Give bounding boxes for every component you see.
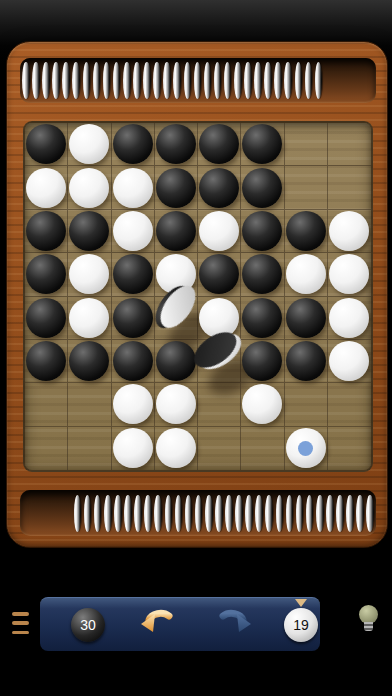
tray-disc-edge [153, 62, 161, 99]
black-score-value: 30 [80, 617, 96, 633]
tray-disc-edge [235, 495, 243, 532]
black-disc [156, 341, 196, 381]
cell-c3[interactable] [112, 210, 155, 253]
tray-disc-edge [274, 62, 282, 99]
tray-disc-edge [185, 495, 193, 532]
cell-c4[interactable] [112, 253, 155, 296]
white-disc [242, 384, 282, 424]
cell-g3[interactable] [285, 210, 328, 253]
cell-c6[interactable] [112, 340, 155, 383]
tray-disc-edge [255, 495, 263, 532]
hamburger-icon [12, 612, 29, 616]
cell-f2[interactable] [241, 166, 284, 209]
cell-g8[interactable] [285, 427, 328, 470]
tray-disc-edge [215, 495, 223, 532]
black-disc [242, 254, 282, 294]
tray-disc-edge [184, 62, 192, 99]
cell-a6[interactable] [25, 340, 68, 383]
app-screen: 30 [0, 0, 392, 696]
tray-disc-edge [284, 62, 292, 99]
white-disc [329, 254, 369, 294]
cell-g5[interactable] [285, 297, 328, 340]
cell-a7[interactable] [25, 383, 68, 426]
tray-disc-edge [62, 62, 70, 99]
tray-disc-edge [173, 62, 181, 99]
black-disc [199, 254, 239, 294]
redo-curved-arrow-icon [218, 607, 254, 643]
white-disc [69, 254, 109, 294]
cell-h3[interactable] [328, 210, 371, 253]
tray-disc-edge [143, 62, 151, 99]
cell-e3[interactable] [198, 210, 241, 253]
tray-disc-edge [346, 495, 354, 532]
cell-c8[interactable] [112, 427, 155, 470]
black-score-badge: 30 [71, 608, 105, 642]
tray-disc-edge [225, 495, 233, 532]
cell-c7[interactable] [112, 383, 155, 426]
tray-disc-edge [104, 495, 112, 532]
black-disc [156, 124, 196, 164]
white-disc [199, 211, 239, 251]
white-disc [69, 298, 109, 338]
white-disc [156, 384, 196, 424]
black-disc [156, 168, 196, 208]
tray-disc-edge [52, 62, 60, 99]
tray-disc-edge [32, 62, 40, 99]
tray-disc-edge [326, 495, 334, 532]
white-disc [26, 168, 66, 208]
tray-disc-edge [234, 62, 242, 99]
tray-disc-edge [84, 495, 92, 532]
white-disc [113, 384, 153, 424]
tray-disc-edge [22, 62, 30, 99]
cell-e6[interactable] [198, 340, 241, 383]
white-disc [199, 298, 239, 338]
tray-disc-edge [244, 62, 252, 99]
cell-f6[interactable] [241, 340, 284, 383]
cell-f5[interactable] [241, 297, 284, 340]
cell-a3[interactable] [25, 210, 68, 253]
black-disc [286, 298, 326, 338]
tray-disc-edge [265, 495, 273, 532]
cell-f1[interactable] [241, 123, 284, 166]
cell-f3[interactable] [241, 210, 284, 253]
white-disc-hint-dot [286, 428, 326, 468]
tray-disc-edge [74, 495, 82, 532]
top-disc-tray [20, 58, 376, 103]
black-disc [242, 211, 282, 251]
tray-disc-edge [315, 62, 323, 99]
tray-disc-edge [205, 495, 213, 532]
black-disc [113, 254, 153, 294]
tray-disc-edge [214, 62, 222, 99]
cell-h7[interactable] [328, 383, 371, 426]
cell-g1[interactable] [285, 123, 328, 166]
tray-disc-edge [195, 495, 203, 532]
black-disc [69, 341, 109, 381]
tray-disc-edge [72, 62, 80, 99]
cell-h1[interactable] [328, 123, 371, 166]
black-disc [113, 298, 153, 338]
cell-a4[interactable] [25, 253, 68, 296]
tray-disc-edge [113, 62, 121, 99]
cell-e4[interactable] [198, 253, 241, 296]
cell-b4[interactable] [68, 253, 111, 296]
tray-disc-edge [165, 495, 173, 532]
black-disc [26, 211, 66, 251]
white-disc [69, 124, 109, 164]
game-board-frame [6, 41, 388, 548]
tray-disc-edge [114, 495, 122, 532]
tray-disc-edge [296, 495, 304, 532]
cell-b8[interactable] [68, 427, 111, 470]
tray-disc-edge [254, 62, 262, 99]
cell-h2[interactable] [328, 166, 371, 209]
tray-disc-edge [336, 495, 344, 532]
black-disc [26, 254, 66, 294]
white-score-value: 19 [293, 617, 309, 633]
tray-disc-edge [154, 495, 162, 532]
cell-h6[interactable] [328, 340, 371, 383]
hint-button[interactable] [356, 602, 382, 640]
white-disc [113, 168, 153, 208]
hamburger-icon [12, 621, 29, 625]
hamburger-icon [12, 631, 29, 635]
cell-e1[interactable] [198, 123, 241, 166]
tray-disc-edge [83, 62, 91, 99]
cell-d3[interactable] [155, 210, 198, 253]
tray-disc-edge [305, 62, 313, 99]
black-disc [113, 124, 153, 164]
menu-button[interactable] [12, 612, 32, 634]
tray-disc-edge [245, 495, 253, 532]
tray-disc-edge [306, 495, 314, 532]
black-disc [199, 168, 239, 208]
cell-d2[interactable] [155, 166, 198, 209]
bottom-disc-tray [20, 490, 376, 536]
cell-b2[interactable] [68, 166, 111, 209]
black-disc [26, 341, 66, 381]
cell-c1[interactable] [112, 123, 155, 166]
cell-e7[interactable] [198, 383, 241, 426]
black-disc [242, 168, 282, 208]
tray-disc-edge [94, 495, 102, 532]
tray-disc-edge [194, 62, 202, 99]
cell-d7[interactable] [155, 383, 198, 426]
tray-disc-edge [93, 62, 101, 99]
black-disc [199, 124, 239, 164]
white-disc [329, 211, 369, 251]
white-disc [113, 211, 153, 251]
tray-disc-edge [124, 495, 132, 532]
tray-disc-edge [316, 495, 324, 532]
tray-disc-edge [295, 62, 303, 99]
cell-b6[interactable] [68, 340, 111, 383]
black-disc [286, 341, 326, 381]
cell-b5[interactable] [68, 297, 111, 340]
cell-b7[interactable] [68, 383, 111, 426]
undo-curved-arrow-icon [138, 607, 174, 643]
redo-button[interactable] [218, 607, 254, 643]
cell-e2[interactable] [198, 166, 241, 209]
white-disc [113, 428, 153, 468]
tray-disc-edge [103, 62, 111, 99]
cell-d1[interactable] [155, 123, 198, 166]
cell-d8[interactable] [155, 427, 198, 470]
cell-h5[interactable] [328, 297, 371, 340]
black-disc [113, 341, 153, 381]
cell-d5[interactable] [155, 297, 198, 340]
white-disc [69, 168, 109, 208]
cell-f7[interactable] [241, 383, 284, 426]
tray-disc-edge [133, 62, 141, 99]
undo-button[interactable] [138, 607, 174, 643]
tray-disc-edge [134, 495, 142, 532]
cell-a1[interactable] [25, 123, 68, 166]
white-score-badge: 19 [284, 608, 318, 642]
tray-disc-edge [276, 495, 284, 532]
tray-disc-edge [42, 62, 50, 99]
cell-h8[interactable] [328, 427, 371, 470]
white-disc [156, 428, 196, 468]
tray-disc-edge [366, 495, 374, 532]
cell-d6[interactable] [155, 340, 198, 383]
cell-g7[interactable] [285, 383, 328, 426]
white-disc [286, 254, 326, 294]
tray-disc-edge [144, 495, 152, 532]
lightbulb-base-icon [364, 622, 373, 631]
black-disc [26, 124, 66, 164]
toolbar: 30 [40, 597, 320, 651]
cell-c5[interactable] [112, 297, 155, 340]
white-disc [329, 341, 369, 381]
tray-disc-edge [264, 62, 272, 99]
black-disc [26, 298, 66, 338]
black-disc [69, 211, 109, 251]
cell-b3[interactable] [68, 210, 111, 253]
black-disc [242, 341, 282, 381]
cell-g2[interactable] [285, 166, 328, 209]
tray-disc-edge [175, 495, 183, 532]
white-disc [329, 298, 369, 338]
tray-disc-edge [286, 495, 294, 532]
cell-e8[interactable] [198, 427, 241, 470]
cell-c2[interactable] [112, 166, 155, 209]
othello-board[interactable] [23, 121, 373, 472]
cell-g6[interactable] [285, 340, 328, 383]
cell-g4[interactable] [285, 253, 328, 296]
cell-a8[interactable] [25, 427, 68, 470]
tray-disc-edge [356, 495, 364, 532]
cell-f4[interactable] [241, 253, 284, 296]
tray-disc-edge [123, 62, 131, 99]
cell-h4[interactable] [328, 253, 371, 296]
tray-disc-edge [224, 62, 232, 99]
cell-a5[interactable] [25, 297, 68, 340]
black-disc [242, 298, 282, 338]
turn-indicator-triangle [295, 599, 307, 607]
cell-f8[interactable] [241, 427, 284, 470]
tray-disc-edge [204, 62, 212, 99]
tray-disc-edge [163, 62, 171, 99]
cell-a2[interactable] [25, 166, 68, 209]
black-disc [242, 124, 282, 164]
black-disc [156, 211, 196, 251]
black-disc [286, 211, 326, 251]
cell-b1[interactable] [68, 123, 111, 166]
